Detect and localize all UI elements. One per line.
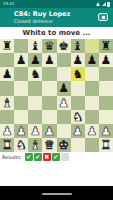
app-screen: 19:01 C84: Ruy Lopez Closed defence Whit… xyxy=(0,0,113,200)
square-h5[interactable] xyxy=(99,81,113,95)
square-g3[interactable] xyxy=(85,110,99,124)
square-e1[interactable]: ♚ xyxy=(57,138,71,152)
piece-black-pawn: ♟ xyxy=(44,54,55,66)
square-g6[interactable] xyxy=(85,67,99,81)
check-icon: ✔ xyxy=(25,153,33,161)
side-to-move-label: White to move ... xyxy=(0,27,113,39)
square-h7[interactable]: ♟ xyxy=(99,53,113,67)
square-a8[interactable]: ♜ xyxy=(0,39,14,53)
piece-white-queen: ♛ xyxy=(44,139,55,151)
cross-icon: ✖ xyxy=(43,153,51,161)
piece-black-bishop: ♝ xyxy=(30,40,41,52)
piece-black-pawn: ♟ xyxy=(72,54,83,66)
square-e3[interactable] xyxy=(57,110,71,124)
square-e2[interactable] xyxy=(57,124,71,138)
square-b4[interactable] xyxy=(14,96,28,110)
square-f1[interactable] xyxy=(71,138,85,152)
piece-white-pawn: ♟ xyxy=(86,125,97,137)
square-e7[interactable] xyxy=(57,53,71,67)
square-b1[interactable]: ♞ xyxy=(14,138,28,152)
piece-white-rook: ♜ xyxy=(2,139,13,151)
piece-white-pawn: ♟ xyxy=(58,97,69,109)
square-c6[interactable]: ♞ xyxy=(28,67,42,81)
square-g5[interactable] xyxy=(85,81,99,95)
battery-icon xyxy=(107,2,110,7)
square-h4[interactable] xyxy=(99,96,113,110)
piece-black-pawn: ♟ xyxy=(86,54,97,66)
square-c4[interactable] xyxy=(28,96,42,110)
square-c1[interactable]: ♝ xyxy=(28,138,42,152)
piece-black-rook: ♜ xyxy=(2,40,13,52)
square-b6[interactable] xyxy=(14,67,28,81)
piece-white-bishop: ♝ xyxy=(30,139,41,151)
square-e8[interactable]: ♚ xyxy=(57,39,71,53)
check-icon: ✔ xyxy=(34,153,42,161)
square-f2[interactable]: ♟ xyxy=(71,124,85,138)
piece-white-pawn: ♟ xyxy=(2,125,13,137)
square-d6[interactable] xyxy=(42,67,56,81)
square-c7[interactable]: ♟ xyxy=(28,53,42,67)
square-g1[interactable] xyxy=(85,138,99,152)
results-row: Results: ✔✔✖✔ xyxy=(0,152,113,162)
piece-white-pawn: ♟ xyxy=(101,125,112,137)
piece-black-pawn: ♟ xyxy=(58,82,69,94)
piece-white-pawn: ♟ xyxy=(16,125,27,137)
status-icons xyxy=(96,2,110,7)
piece-black-knight: ♞ xyxy=(30,68,41,80)
piece-black-king: ♚ xyxy=(58,40,69,52)
app-bar: C84: Ruy Lopez Closed defence xyxy=(0,8,113,27)
piece-black-bishop: ♝ xyxy=(72,40,83,52)
square-c8[interactable]: ♝ xyxy=(28,39,42,53)
square-a2[interactable]: ♟ xyxy=(0,124,14,138)
clock: 19:01 xyxy=(3,0,15,8)
square-g7[interactable]: ♟ xyxy=(85,53,99,67)
wifi-icon xyxy=(96,2,100,6)
piece-black-pawn: ♟ xyxy=(2,68,13,80)
square-b2[interactable]: ♟ xyxy=(14,124,28,138)
square-h1[interactable]: ♜ xyxy=(99,138,113,152)
square-f7[interactable]: ♟ xyxy=(71,53,85,67)
square-h3[interactable] xyxy=(99,110,113,124)
square-f3[interactable]: ♞ xyxy=(71,110,85,124)
square-a1[interactable]: ♜ xyxy=(0,138,14,152)
square-e6[interactable] xyxy=(57,67,71,81)
piece-white-pawn: ♟ xyxy=(30,125,41,137)
piece-white-knight: ♞ xyxy=(16,139,27,151)
square-d5[interactable] xyxy=(42,81,56,95)
square-a7[interactable] xyxy=(0,53,14,67)
square-g4[interactable] xyxy=(85,96,99,110)
check-icon: ✔ xyxy=(52,153,60,161)
square-h2[interactable]: ♟ xyxy=(99,124,113,138)
square-f5[interactable] xyxy=(71,81,85,95)
results-badges: ✔✔✖✔ xyxy=(25,153,69,161)
piece-white-king: ♚ xyxy=(58,139,69,151)
square-d3[interactable] xyxy=(42,110,56,124)
square-b7[interactable]: ♟ xyxy=(14,53,28,67)
home-indicator[interactable] xyxy=(42,193,72,195)
piece-white-rook: ♜ xyxy=(101,139,112,151)
result-empty-slot xyxy=(61,153,69,161)
square-b3[interactable] xyxy=(14,110,28,124)
square-h8[interactable]: ♜ xyxy=(99,39,113,53)
signal-icon xyxy=(102,2,106,6)
square-h6[interactable] xyxy=(99,67,113,81)
status-bar: 19:01 xyxy=(0,0,113,8)
piece-white-pawn: ♟ xyxy=(44,125,55,137)
square-a4[interactable]: ♝ xyxy=(0,96,14,110)
square-e4[interactable]: ♟ xyxy=(57,96,71,110)
chess-board[interactable]: ♜♝♛♚♝♜♟♟♟♟♟♟♟♞♞♟♝♟♞♟♟♟♟♟♟♟♜♞♝♛♚♜ xyxy=(0,39,113,152)
square-a3[interactable] xyxy=(0,110,14,124)
square-b5[interactable] xyxy=(14,81,28,95)
piece-black-pawn: ♟ xyxy=(101,54,112,66)
square-a5[interactable] xyxy=(0,81,14,95)
square-c2[interactable]: ♟ xyxy=(28,124,42,138)
square-d7[interactable]: ♟ xyxy=(42,53,56,67)
square-f8[interactable]: ♝ xyxy=(71,39,85,53)
square-a6[interactable]: ♟ xyxy=(0,67,14,81)
piece-white-knight: ♞ xyxy=(72,111,83,123)
square-d4[interactable] xyxy=(42,96,56,110)
piece-white-pawn: ♟ xyxy=(72,125,83,137)
square-f6[interactable]: ♞ xyxy=(71,67,85,81)
square-f4[interactable] xyxy=(71,96,85,110)
square-c5[interactable] xyxy=(28,81,42,95)
square-d8[interactable]: ♛ xyxy=(42,39,56,53)
flip-board-icon-inner xyxy=(102,16,105,19)
navigation-bar xyxy=(0,186,113,200)
piece-black-pawn: ♟ xyxy=(30,54,41,66)
results-label: Results: xyxy=(2,154,22,160)
piece-black-rook: ♜ xyxy=(101,40,112,52)
piece-white-bishop: ♝ xyxy=(2,97,13,109)
flip-board-icon[interactable] xyxy=(98,13,108,21)
square-d1[interactable]: ♛ xyxy=(42,138,56,152)
square-d2[interactable]: ♟ xyxy=(42,124,56,138)
piece-black-knight: ♞ xyxy=(72,68,83,80)
square-e5[interactable]: ♟ xyxy=(57,81,71,95)
square-g8[interactable] xyxy=(85,39,99,53)
piece-black-queen: ♛ xyxy=(44,40,55,52)
square-b8[interactable] xyxy=(14,39,28,53)
square-g2[interactable]: ♟ xyxy=(85,124,99,138)
piece-black-pawn: ♟ xyxy=(16,54,27,66)
square-c3[interactable] xyxy=(28,110,42,124)
